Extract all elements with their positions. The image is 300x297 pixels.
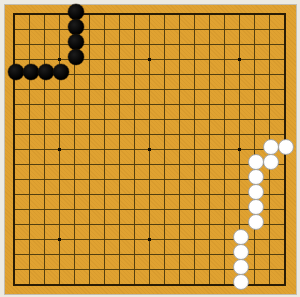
go-board[interactable]	[5, 5, 296, 294]
white-stone	[233, 244, 249, 260]
black-stone	[68, 19, 84, 35]
black-stone	[23, 64, 39, 80]
black-stone	[68, 4, 84, 20]
black-stone	[68, 49, 84, 65]
white-stone	[233, 274, 249, 290]
white-stone	[248, 184, 264, 200]
stone-grid	[7, 7, 292, 292]
black-stone	[38, 64, 54, 80]
black-stone	[68, 34, 84, 50]
white-stone	[233, 229, 249, 245]
black-stone	[53, 64, 69, 80]
white-stone	[248, 169, 264, 185]
white-stone	[263, 139, 279, 155]
black-stone	[8, 64, 24, 80]
white-stone	[248, 154, 264, 170]
white-stone	[248, 214, 264, 230]
go-app-window	[0, 0, 300, 297]
white-stone	[233, 259, 249, 275]
white-stone	[263, 154, 279, 170]
white-stone	[278, 139, 294, 155]
white-stone	[248, 199, 264, 215]
